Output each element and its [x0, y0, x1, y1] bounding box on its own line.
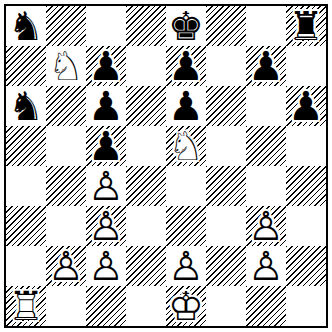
square-d5[interactable]	[126, 126, 166, 166]
white-piece-fill-glyph: ♟	[166, 246, 206, 286]
white-pawn-piece[interactable]: ♟♙	[166, 246, 206, 286]
white-piece-outline-glyph: ♔	[166, 286, 206, 326]
square-d4[interactable]	[126, 166, 166, 206]
black-piece-glyph: ♟	[166, 46, 206, 86]
black-pawn-piece[interactable]: ♟	[86, 86, 126, 126]
diagram-frame: ♞♚♜♞♘♟♟♟♞♟♟♟♟♞♘♟♙♟♙♟♙♟♙♟♙♟♙♟♙♜♖♚♔	[0, 0, 332, 332]
square-b3[interactable]	[46, 206, 86, 246]
white-piece-fill-glyph: ♟	[246, 246, 286, 286]
square-e2[interactable]: ♟♙	[166, 246, 206, 286]
square-h6[interactable]: ♟	[286, 86, 326, 126]
black-pawn-piece[interactable]: ♟	[246, 46, 286, 86]
square-e8[interactable]: ♚	[166, 6, 206, 46]
square-e4[interactable]	[166, 166, 206, 206]
square-e6[interactable]: ♟	[166, 86, 206, 126]
square-c3[interactable]: ♟♙	[86, 206, 126, 246]
square-f7[interactable]	[206, 46, 246, 86]
white-piece-fill-glyph: ♞	[166, 126, 206, 166]
white-knight-piece[interactable]: ♞♘	[46, 46, 86, 86]
square-e5[interactable]: ♞♘	[166, 126, 206, 166]
black-piece-glyph: ♞	[6, 86, 46, 126]
white-pawn-piece[interactable]: ♟♙	[46, 246, 86, 286]
square-d6[interactable]	[126, 86, 166, 126]
square-g3[interactable]: ♟♙	[246, 206, 286, 246]
square-c2[interactable]: ♟♙	[86, 246, 126, 286]
white-piece-fill-glyph: ♟	[46, 246, 86, 286]
square-h1[interactable]	[286, 286, 326, 326]
white-pawn-piece[interactable]: ♟♙	[246, 206, 286, 246]
square-f1[interactable]	[206, 286, 246, 326]
square-h7[interactable]	[286, 46, 326, 86]
square-b7[interactable]: ♞♘	[46, 46, 86, 86]
square-f8[interactable]	[206, 6, 246, 46]
square-h2[interactable]	[286, 246, 326, 286]
white-piece-outline-glyph: ♘	[166, 126, 206, 166]
square-a2[interactable]	[6, 246, 46, 286]
black-knight-piece[interactable]: ♞	[6, 86, 46, 126]
white-pawn-piece[interactable]: ♟♙	[86, 246, 126, 286]
black-piece-glyph: ♟	[246, 46, 286, 86]
square-g7[interactable]: ♟	[246, 46, 286, 86]
black-pawn-piece[interactable]: ♟	[166, 46, 206, 86]
square-c6[interactable]: ♟	[86, 86, 126, 126]
white-piece-outline-glyph: ♘	[46, 46, 86, 86]
square-a4[interactable]	[6, 166, 46, 206]
white-king-piece[interactable]: ♚♔	[166, 286, 206, 326]
white-pawn-piece[interactable]: ♟♙	[86, 166, 126, 206]
white-piece-outline-glyph: ♙	[246, 246, 286, 286]
square-c1[interactable]	[86, 286, 126, 326]
white-piece-outline-glyph: ♙	[246, 206, 286, 246]
square-b6[interactable]	[46, 86, 86, 126]
white-knight-piece[interactable]: ♞♘	[166, 126, 206, 166]
white-piece-fill-glyph: ♚	[166, 286, 206, 326]
black-rook-piece[interactable]: ♜	[286, 6, 326, 46]
black-pawn-piece[interactable]: ♟	[286, 86, 326, 126]
square-g5[interactable]	[246, 126, 286, 166]
square-g1[interactable]	[246, 286, 286, 326]
white-piece-fill-glyph: ♞	[46, 46, 86, 86]
white-piece-fill-glyph: ♟	[246, 206, 286, 246]
white-piece-outline-glyph: ♙	[86, 246, 126, 286]
square-b4[interactable]	[46, 166, 86, 206]
square-b1[interactable]	[46, 286, 86, 326]
chess-board: ♞♚♜♞♘♟♟♟♞♟♟♟♟♞♘♟♙♟♙♟♙♟♙♟♙♟♙♟♙♜♖♚♔	[4, 4, 328, 328]
square-c5[interactable]: ♟	[86, 126, 126, 166]
square-a8[interactable]: ♞	[6, 6, 46, 46]
white-piece-outline-glyph: ♙	[166, 246, 206, 286]
white-rook-piece[interactable]: ♜♖	[6, 286, 46, 326]
square-b5[interactable]	[46, 126, 86, 166]
black-piece-glyph: ♚	[166, 6, 206, 46]
white-piece-fill-glyph: ♜	[6, 286, 46, 326]
square-c4[interactable]: ♟♙	[86, 166, 126, 206]
white-piece-outline-glyph: ♖	[6, 286, 46, 326]
square-h5[interactable]	[286, 126, 326, 166]
square-f5[interactable]	[206, 126, 246, 166]
square-e1[interactable]: ♚♔	[166, 286, 206, 326]
white-piece-outline-glyph: ♙	[86, 206, 126, 246]
black-pawn-piece[interactable]: ♟	[166, 86, 206, 126]
black-pawn-piece[interactable]: ♟	[86, 46, 126, 86]
square-g4[interactable]	[246, 166, 286, 206]
black-piece-glyph: ♟	[86, 46, 126, 86]
black-king-piece[interactable]: ♚	[166, 6, 206, 46]
black-piece-glyph: ♟	[286, 86, 326, 126]
square-a1[interactable]: ♜♖	[6, 286, 46, 326]
square-f6[interactable]	[206, 86, 246, 126]
square-b8[interactable]	[46, 6, 86, 46]
white-piece-fill-glyph: ♟	[86, 206, 126, 246]
square-c7[interactable]: ♟	[86, 46, 126, 86]
square-d2[interactable]	[126, 246, 166, 286]
square-g2[interactable]: ♟♙	[246, 246, 286, 286]
black-piece-glyph: ♟	[166, 86, 206, 126]
square-c8[interactable]	[86, 6, 126, 46]
square-a3[interactable]	[6, 206, 46, 246]
square-a5[interactable]	[6, 126, 46, 166]
square-e3[interactable]	[166, 206, 206, 246]
square-g8[interactable]	[246, 6, 286, 46]
white-piece-outline-glyph: ♙	[86, 166, 126, 206]
square-h4[interactable]	[286, 166, 326, 206]
square-a6[interactable]: ♞	[6, 86, 46, 126]
white-piece-fill-glyph: ♟	[86, 246, 126, 286]
square-h8[interactable]: ♜	[286, 6, 326, 46]
square-e7[interactable]: ♟	[166, 46, 206, 86]
square-d8[interactable]	[126, 6, 166, 46]
black-pawn-piece[interactable]: ♟	[86, 126, 126, 166]
square-h3[interactable]	[286, 206, 326, 246]
white-pawn-piece[interactable]: ♟♙	[86, 206, 126, 246]
square-d3[interactable]	[126, 206, 166, 246]
square-a7[interactable]	[6, 46, 46, 86]
black-piece-glyph: ♞	[6, 6, 46, 46]
black-knight-piece[interactable]: ♞	[6, 6, 46, 46]
square-b2[interactable]: ♟♙	[46, 246, 86, 286]
black-piece-glyph: ♜	[286, 6, 326, 46]
square-f2[interactable]	[206, 246, 246, 286]
square-f3[interactable]	[206, 206, 246, 246]
white-pawn-piece[interactable]: ♟♙	[246, 246, 286, 286]
black-piece-glyph: ♟	[86, 86, 126, 126]
white-piece-outline-glyph: ♙	[46, 246, 86, 286]
white-piece-fill-glyph: ♟	[86, 166, 126, 206]
square-d1[interactable]	[126, 286, 166, 326]
square-f4[interactable]	[206, 166, 246, 206]
square-g6[interactable]	[246, 86, 286, 126]
square-d7[interactable]	[126, 46, 166, 86]
black-piece-glyph: ♟	[86, 126, 126, 166]
